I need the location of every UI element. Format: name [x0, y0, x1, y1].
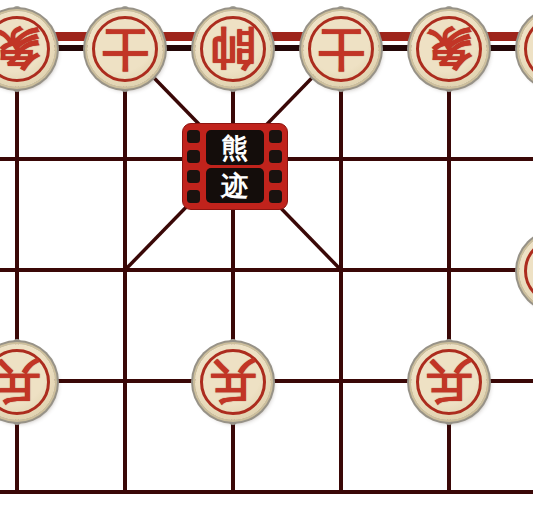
sprocket-column-left: [187, 129, 201, 204]
red-elephant-glyph: 象: [0, 26, 40, 72]
watermark-box-bottom: 迹: [206, 168, 264, 203]
pieces-grid: 象士帥士象馬炮兵兵兵: [0, 0, 533, 523]
sprocket-hole-icon: [269, 190, 282, 203]
red-soldier-glyph: 兵: [210, 359, 256, 405]
sprocket-hole-icon: [269, 130, 282, 143]
watermark-char-top: 熊: [222, 134, 249, 161]
sprocket-hole-icon: [187, 130, 200, 143]
red-horse-right-piece[interactable]: 馬: [519, 11, 533, 87]
red-soldier-left-piece[interactable]: 兵: [0, 344, 55, 420]
red-soldier-glyph: 兵: [0, 359, 40, 405]
red-soldier-center-piece[interactable]: 兵: [195, 344, 271, 420]
red-soldier-right-piece[interactable]: 兵: [411, 344, 487, 420]
red-elephant-glyph: 象: [426, 26, 472, 72]
red-advisor-right-piece[interactable]: 士: [303, 11, 379, 87]
red-advisor-glyph: 士: [102, 26, 148, 72]
sprocket-hole-icon: [187, 150, 200, 163]
red-advisor-left-piece[interactable]: 士: [87, 11, 163, 87]
red-soldier-glyph: 兵: [426, 359, 472, 405]
red-elephant-left-piece[interactable]: 象: [0, 11, 55, 87]
sprocket-hole-icon: [187, 170, 200, 183]
watermark-char-bottom: 迹: [222, 172, 249, 199]
sprocket-hole-icon: [269, 170, 282, 183]
red-king-piece[interactable]: 帥: [195, 11, 271, 87]
red-cannon-right-piece[interactable]: 炮: [519, 233, 533, 309]
watermark-box-top: 熊: [206, 130, 264, 165]
watermark-text-block: 熊 迹: [206, 129, 264, 204]
sprocket-hole-icon: [187, 190, 200, 203]
sprocket-hole-icon: [269, 150, 282, 163]
watermark-logo: 熊 迹: [182, 123, 288, 210]
xiangqi-board: 象士帥士象馬炮兵兵兵 熊 迹: [0, 0, 533, 523]
red-advisor-glyph: 士: [318, 26, 364, 72]
sprocket-column-right: [269, 129, 283, 204]
red-king-glyph: 帥: [210, 26, 256, 72]
red-elephant-right-piece[interactable]: 象: [411, 11, 487, 87]
